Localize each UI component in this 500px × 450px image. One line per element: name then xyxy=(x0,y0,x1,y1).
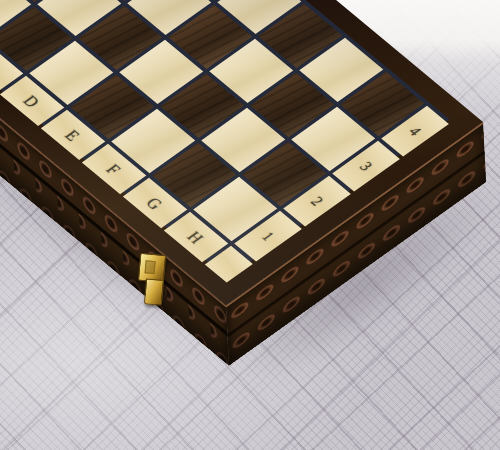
chess-box-scene: 4321ABCDEFGH xyxy=(0,0,500,450)
brass-clasp-latch xyxy=(134,251,173,310)
latch-hook xyxy=(144,278,164,305)
